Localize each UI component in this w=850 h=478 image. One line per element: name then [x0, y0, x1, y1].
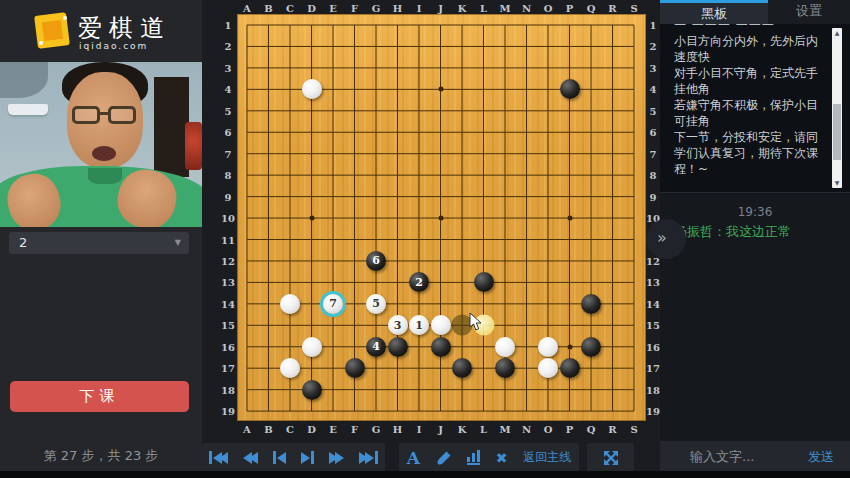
star-point-P16	[567, 344, 572, 349]
blackboard-line: 速度快	[674, 49, 832, 65]
black-stone-M17[interactable]	[495, 358, 515, 378]
skip-to-end-icon[interactable]	[359, 450, 378, 466]
black-stone-I13[interactable]: 2	[409, 272, 429, 292]
blackboard-notes: —·——— ——— 小目方向分内外，先外后内速度快对手小目不守角，定式先手挂他角…	[660, 24, 850, 192]
black-stone-D18[interactable]	[302, 380, 322, 400]
blackboard-line: 挂他角	[674, 81, 832, 97]
dropdown-value: 2	[19, 235, 27, 250]
blackboard-line: 学们认真复习，期待下次课	[674, 145, 832, 161]
white-stone-I15[interactable]: 1	[409, 315, 429, 335]
black-stone-Q14[interactable]	[581, 294, 601, 314]
chat-area: 19:36 杨振哲：我这边正常	[660, 192, 850, 441]
fast-forward-icon[interactable]	[329, 450, 344, 466]
white-stone-E14[interactable]: 7	[323, 294, 343, 314]
black-stone-H16[interactable]	[388, 337, 408, 357]
logo-title: 爱棋道	[78, 12, 171, 44]
board-area: AABBCCDDEEFFGGHHIIJJKKLLMMNNOOPPQQRRSS11…	[202, 0, 660, 478]
blackboard-line: 下一节，分投和安定，请同	[674, 129, 832, 145]
fullscreen-expand-icon[interactable]	[602, 449, 620, 467]
blackboard-clipped-line: —·——— ———	[674, 24, 832, 33]
end-class-button[interactable]: 下课	[10, 381, 189, 412]
step-backward-icon[interactable]	[273, 450, 286, 466]
panel-collapse-handle[interactable]: »	[646, 219, 686, 259]
blackboard-text: 小目方向分内外，先外后内速度快对手小目不守角，定式先手挂他角若嫌守角不积极，保护…	[674, 33, 832, 177]
teacher-webcam-video	[0, 62, 202, 227]
white-stone-O16[interactable]	[538, 337, 558, 357]
scroll-up-arrow-icon[interactable]: ▲	[832, 28, 842, 38]
mouse-cursor	[469, 313, 483, 332]
analysis-chart-icon[interactable]	[467, 450, 480, 465]
sidebar: 爱棋道 iqidao.com 2 ▼ 下课 第 27 步，共 23 步	[0, 0, 202, 478]
air-conditioner	[8, 104, 48, 115]
iqidao-logo-icon	[32, 11, 72, 51]
skip-to-start-icon[interactable]	[209, 450, 228, 466]
logo: 爱棋道 iqidao.com	[0, 0, 202, 62]
text-label-tool-button[interactable]: A	[407, 448, 420, 468]
black-stone-P4[interactable]	[560, 79, 580, 99]
chat-input-row: 发送	[660, 441, 850, 472]
star-point-D10	[309, 216, 314, 221]
black-stone-K17[interactable]	[452, 358, 472, 378]
doorway	[154, 77, 189, 177]
tab-settings[interactable]: 设置	[768, 0, 850, 24]
brush-tool-icon[interactable]	[436, 450, 452, 466]
wall-ornament	[185, 122, 202, 170]
black-stone-J16[interactable]	[431, 337, 451, 357]
return-main-line-button[interactable]: 返回主线	[523, 449, 571, 466]
star-point-J4	[438, 87, 443, 92]
black-stone-P17[interactable]	[560, 358, 580, 378]
white-stone-C17[interactable]	[280, 358, 300, 378]
white-stone-J15[interactable]	[431, 315, 451, 335]
black-stone-Q16[interactable]	[581, 337, 601, 357]
star-point-J10	[438, 216, 443, 221]
step-forward-icon[interactable]	[301, 450, 314, 466]
white-stone-D4[interactable]	[302, 79, 322, 99]
chat-message: 杨振哲：我这边正常	[674, 223, 791, 241]
white-stone-D16[interactable]	[302, 337, 322, 357]
blackboard-line: 可挂角	[674, 113, 832, 129]
send-button[interactable]: 发送	[808, 441, 834, 472]
annotation-toolbar: A ✖ 返回主线	[399, 443, 579, 472]
tab-blackboard[interactable]: 黑板	[660, 0, 768, 24]
black-stone-G16[interactable]: 4	[366, 337, 386, 357]
fullscreen-toolbar	[587, 443, 634, 472]
white-stone-H15[interactable]: 3	[388, 315, 408, 335]
fast-backward-icon[interactable]	[243, 450, 258, 466]
double-chevron-right-icon: »	[657, 228, 667, 247]
clear-marks-icon[interactable]: ✖	[496, 450, 508, 466]
blackboard-line: 对手小目不守角，定式先手	[674, 65, 832, 81]
blackboard-scrollbar[interactable]: ▲ ▼	[832, 28, 842, 188]
blackboard-line: 小目方向分内外，先外后内	[674, 33, 832, 49]
white-stone-M16[interactable]	[495, 337, 515, 357]
black-stone-L13[interactable]	[474, 272, 494, 292]
chat-timestamp: 19:36	[660, 205, 850, 219]
board-grid	[202, 0, 660, 478]
scroll-down-arrow-icon[interactable]: ▼	[832, 178, 842, 188]
blackboard-line: 若嫌守角不积极，保护小目	[674, 97, 832, 113]
logo-domain: iqidao.com	[79, 41, 148, 51]
move-counter: 第 27 步，共 23 步	[0, 447, 202, 465]
chevron-down-icon: ▼	[175, 232, 181, 254]
star-point-P10	[567, 216, 572, 221]
white-stone-O17[interactable]	[538, 358, 558, 378]
chat-text-input[interactable]	[690, 441, 790, 472]
bottom-black-strip	[0, 471, 850, 478]
blackboard-line: 程！~	[674, 161, 832, 177]
white-stone-C14[interactable]	[280, 294, 300, 314]
playback-toolbar	[202, 443, 385, 472]
scrollbar-thumb[interactable]	[833, 104, 841, 160]
right-panel: 黑板 设置 —·——— ——— 小目方向分内外，先外后内速度快对手小目不守角，定…	[660, 0, 850, 478]
iqidao-classroom-app: 爱棋道 iqidao.com 2 ▼ 下课 第 27 步，共 23 步 AABB…	[0, 0, 850, 478]
board-select-dropdown[interactable]: 2 ▼	[9, 232, 189, 254]
black-stone-G12[interactable]: 6	[366, 251, 386, 271]
black-stone-F17[interactable]	[345, 358, 365, 378]
white-stone-G14[interactable]: 5	[366, 294, 386, 314]
